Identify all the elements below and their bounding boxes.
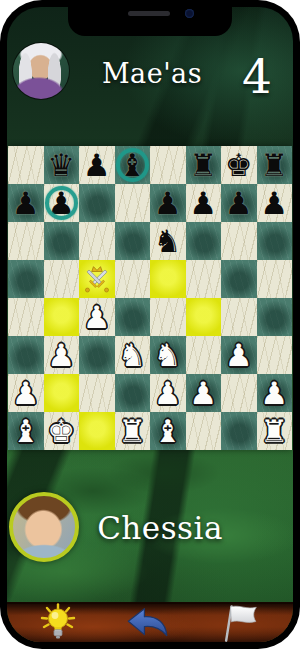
square-a7[interactable]: ♟ bbox=[8, 184, 44, 222]
square-e4[interactable] bbox=[150, 298, 186, 336]
square-b6[interactable] bbox=[44, 222, 80, 260]
square-d4[interactable] bbox=[115, 298, 151, 336]
piece-black-pawn: ♟ bbox=[150, 184, 186, 222]
top-player-score: 4 bbox=[235, 49, 279, 104]
piece-white-pawn: ♟ bbox=[79, 298, 115, 336]
square-e8[interactable] bbox=[150, 146, 186, 184]
square-e3[interactable]: ♞ bbox=[150, 336, 186, 374]
threat-ring bbox=[45, 186, 79, 220]
hint-button[interactable] bbox=[30, 605, 86, 641]
undo-button[interactable] bbox=[120, 605, 176, 641]
square-h3[interactable] bbox=[257, 336, 293, 374]
piece-white-pawn: ♟ bbox=[150, 374, 186, 412]
piece-white-pawn: ♟ bbox=[221, 336, 257, 374]
square-f5[interactable] bbox=[186, 260, 222, 298]
bottom-player-avatar[interactable] bbox=[9, 492, 79, 562]
square-b7[interactable]: ♟ bbox=[44, 184, 80, 222]
square-h1[interactable]: ♜ bbox=[257, 412, 293, 450]
piece-black-rook: ♜ bbox=[186, 146, 222, 184]
square-b1[interactable]: ♚ bbox=[44, 412, 80, 450]
square-e6[interactable]: ♞ bbox=[150, 222, 186, 260]
square-h5[interactable] bbox=[257, 260, 293, 298]
square-d3[interactable]: ♞ bbox=[115, 336, 151, 374]
lightbulb-icon bbox=[35, 603, 81, 642]
piece-white-king: ♚ bbox=[44, 412, 80, 450]
square-a1[interactable]: ♝ bbox=[8, 412, 44, 450]
piece-white-knight: ♞ bbox=[150, 336, 186, 374]
square-f4[interactable] bbox=[186, 298, 222, 336]
piece-white-pawn: ♟ bbox=[8, 374, 44, 412]
square-d5[interactable] bbox=[115, 260, 151, 298]
chess-board: ♛♟♝♜♚♜♟♟♟♟♟♟♞ ♟♟♞♞♟♟♟♟♟♝♚♜♝♜ bbox=[8, 146, 292, 450]
front-camera bbox=[185, 9, 194, 18]
square-c6[interactable] bbox=[79, 222, 115, 260]
piece-black-pawn: ♟ bbox=[79, 146, 115, 184]
bottom-player-name: Chessia bbox=[85, 510, 235, 546]
square-h2[interactable]: ♟ bbox=[257, 374, 293, 412]
square-b3[interactable]: ♟ bbox=[44, 336, 80, 374]
piece-black-queen: ♛ bbox=[44, 146, 80, 184]
battle-swords-icon bbox=[82, 264, 112, 294]
square-d1[interactable]: ♜ bbox=[115, 412, 151, 450]
square-a6[interactable] bbox=[8, 222, 44, 260]
square-a3[interactable] bbox=[8, 336, 44, 374]
square-a4[interactable] bbox=[8, 298, 44, 336]
piece-black-pawn: ♟ bbox=[186, 184, 222, 222]
square-a5[interactable] bbox=[8, 260, 44, 298]
square-c2[interactable] bbox=[79, 374, 115, 412]
piece-white-pawn: ♟ bbox=[186, 374, 222, 412]
square-b5[interactable] bbox=[44, 260, 80, 298]
piece-black-pawn: ♟ bbox=[257, 184, 293, 222]
piece-black-bishop: ♝ bbox=[115, 146, 151, 184]
piece-white-rook: ♜ bbox=[115, 412, 151, 450]
top-player-avatar[interactable] bbox=[13, 43, 69, 99]
square-e5[interactable] bbox=[150, 260, 186, 298]
square-c8[interactable]: ♟ bbox=[79, 146, 115, 184]
square-h7[interactable]: ♟ bbox=[257, 184, 293, 222]
piece-black-king: ♚ bbox=[221, 146, 257, 184]
square-e1[interactable]: ♝ bbox=[150, 412, 186, 450]
square-a8[interactable] bbox=[8, 146, 44, 184]
square-f8[interactable]: ♜ bbox=[186, 146, 222, 184]
square-f3[interactable] bbox=[186, 336, 222, 374]
speaker-grille bbox=[128, 11, 170, 16]
square-c4[interactable]: ♟ bbox=[79, 298, 115, 336]
square-b2[interactable] bbox=[44, 374, 80, 412]
piece-black-pawn: ♟ bbox=[8, 184, 44, 222]
square-f1[interactable] bbox=[186, 412, 222, 450]
resign-button[interactable] bbox=[214, 605, 270, 641]
square-f7[interactable]: ♟ bbox=[186, 184, 222, 222]
piece-white-bishop: ♝ bbox=[8, 412, 44, 450]
square-c5[interactable] bbox=[79, 260, 115, 298]
square-a2[interactable]: ♟ bbox=[8, 374, 44, 412]
square-e2[interactable]: ♟ bbox=[150, 374, 186, 412]
piece-white-knight: ♞ bbox=[115, 336, 151, 374]
piece-black-knight: ♞ bbox=[150, 222, 186, 260]
square-c7[interactable] bbox=[79, 184, 115, 222]
app-screen: Mae'as 4 ♛♟♝♜♚♜♟♟♟♟♟♟♞ ♟♟♞♞♟♟♟♟♟♝♚♜♝♜ Ch… bbox=[7, 7, 293, 642]
square-h6[interactable] bbox=[257, 222, 293, 260]
square-g6[interactable] bbox=[221, 222, 257, 260]
square-g1[interactable] bbox=[221, 412, 257, 450]
piece-white-pawn: ♟ bbox=[44, 336, 80, 374]
white-flag-icon bbox=[221, 603, 263, 642]
square-f6[interactable] bbox=[186, 222, 222, 260]
piece-white-pawn: ♟ bbox=[257, 374, 293, 412]
square-c1[interactable] bbox=[79, 412, 115, 450]
undo-arrow-icon bbox=[123, 605, 173, 641]
square-d2[interactable] bbox=[115, 374, 151, 412]
square-g2[interactable] bbox=[221, 374, 257, 412]
square-b8[interactable]: ♛ bbox=[44, 146, 80, 184]
square-d7[interactable] bbox=[115, 184, 151, 222]
square-h8[interactable]: ♜ bbox=[257, 146, 293, 184]
piece-white-bishop: ♝ bbox=[150, 412, 186, 450]
square-d6[interactable] bbox=[115, 222, 151, 260]
bottom-toolbar bbox=[7, 602, 293, 642]
threat-ring bbox=[116, 148, 150, 182]
square-d8[interactable]: ♝ bbox=[115, 146, 151, 184]
square-g4[interactable] bbox=[221, 298, 257, 336]
piece-black-pawn: ♟ bbox=[221, 184, 257, 222]
phone-frame: Mae'as 4 ♛♟♝♜♚♜♟♟♟♟♟♟♞ ♟♟♞♞♟♟♟♟♟♝♚♜♝♜ Ch… bbox=[0, 0, 300, 649]
square-h4[interactable] bbox=[257, 298, 293, 336]
piece-black-rook: ♜ bbox=[257, 146, 293, 184]
square-f2[interactable]: ♟ bbox=[186, 374, 222, 412]
square-c3[interactable] bbox=[79, 336, 115, 374]
piece-white-rook: ♜ bbox=[257, 412, 293, 450]
square-g5[interactable] bbox=[221, 260, 257, 298]
square-g8[interactable]: ♚ bbox=[221, 146, 257, 184]
square-b4[interactable] bbox=[44, 298, 80, 336]
square-g3[interactable]: ♟ bbox=[221, 336, 257, 374]
phone-notch bbox=[68, 7, 232, 36]
square-e7[interactable]: ♟ bbox=[150, 184, 186, 222]
square-g7[interactable]: ♟ bbox=[221, 184, 257, 222]
piece-black-pawn: ♟ bbox=[44, 184, 80, 222]
top-player-name: Mae'as bbox=[77, 58, 227, 89]
